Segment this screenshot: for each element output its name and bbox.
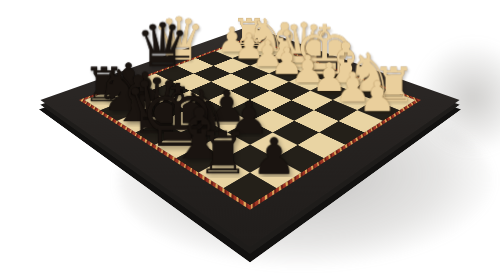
black-pawn-h7[interactable]: ♟ xyxy=(252,131,297,181)
board-trim: ♜♞♝♛♚♝♞♜♟♟♟♟♟♟♟♟♟♟♟♟♞♟♜♞♝♛♚♝♜ xyxy=(79,37,421,210)
board-grid: ♜♞♝♛♚♝♞♜♟♟♟♟♟♟♟♟♟♟♟♟♞♟♜♞♝♛♚♝♜ xyxy=(85,38,416,205)
chessboard: ♜♞♝♛♚♝♞♜♟♟♟♟♟♟♟♟♟♟♟♟♞♟♜♞♝♛♚♝♜ ♛ ♛ xyxy=(40,26,459,247)
white-pawn-h2[interactable]: ♟ xyxy=(359,75,397,117)
chess-set-photo: ♜♞♝♛♚♝♞♜♟♟♟♟♟♟♟♟♟♟♟♟♞♟♜♞♝♛♚♝♜ ♛ ♛ xyxy=(0,0,500,277)
board-frame: ♜♞♝♛♚♝♞♜♟♟♟♟♟♟♟♟♟♟♟♟♞♟♜♞♝♛♚♝♜ ♛ ♛ xyxy=(40,26,459,247)
scene: ♜♞♝♛♚♝♞♜♟♟♟♟♟♟♟♟♟♟♟♟♞♟♜♞♝♛♚♝♜ ♛ ♛ xyxy=(0,0,500,277)
square-g8[interactable]: ♜ xyxy=(199,158,250,188)
black-rook-g8[interactable]: ♜ xyxy=(197,124,249,182)
square-h8[interactable] xyxy=(223,172,277,205)
